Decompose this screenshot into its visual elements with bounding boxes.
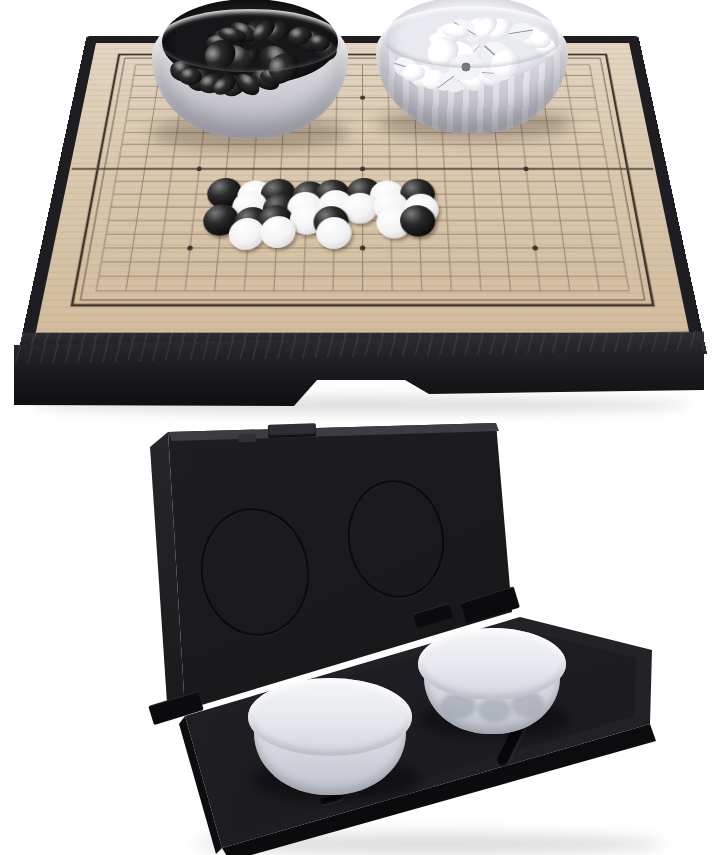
white-bowl-rim bbox=[382, 6, 563, 67]
go-board bbox=[18, 36, 707, 354]
stone-container-left-lid bbox=[248, 678, 412, 756]
stone-bowl-white bbox=[376, 5, 568, 133]
stone-silhouette bbox=[478, 698, 511, 722]
board-surface bbox=[35, 43, 689, 335]
lid-latch-tab bbox=[268, 423, 316, 438]
stone-bowl-black bbox=[152, 8, 348, 138]
black-bowl-rim bbox=[158, 9, 342, 71]
product-photo bbox=[0, 0, 720, 855]
white-stone bbox=[259, 217, 296, 249]
stone-container-right-lid bbox=[418, 628, 566, 700]
board-stones-layer bbox=[35, 43, 689, 335]
white-stone bbox=[316, 217, 352, 249]
lid-latch-tab-small bbox=[238, 434, 256, 443]
